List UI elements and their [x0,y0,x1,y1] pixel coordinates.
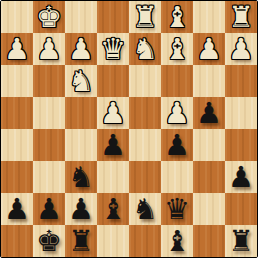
chess-board-grid: ♚♜♝♜♟♟♟♛♞♝♟♟♞♟♟♟♟♟♞♟♟♟♟♝♞♛♚♜♝♜ [1,1,257,257]
white-pawn-e4[interactable]: ♟ [100,97,126,129]
square-h2[interactable]: ♟ [1,33,33,65]
white-rook-a1[interactable]: ♜ [228,1,254,33]
black-rook-f8[interactable]: ♜ [68,225,94,257]
square-f2[interactable]: ♟ [65,33,97,65]
square-c4[interactable]: ♟ [161,97,193,129]
square-h8[interactable] [1,225,33,257]
square-b6[interactable] [193,161,225,193]
square-b8[interactable] [193,225,225,257]
square-g3[interactable] [33,65,65,97]
black-knight-f6[interactable]: ♞ [68,161,94,193]
black-pawn-a6[interactable]: ♟ [228,161,254,193]
square-d1[interactable]: ♜ [129,1,161,33]
square-b3[interactable] [193,65,225,97]
square-f3[interactable]: ♞ [65,65,97,97]
white-pawn-a2[interactable]: ♟ [228,33,254,65]
white-knight-d2[interactable]: ♞ [132,33,158,65]
square-e8[interactable] [97,225,129,257]
square-d6[interactable] [129,161,161,193]
square-e5[interactable]: ♟ [97,129,129,161]
square-d5[interactable] [129,129,161,161]
square-g1[interactable]: ♚ [33,1,65,33]
square-b1[interactable] [193,1,225,33]
square-e7[interactable]: ♝ [97,193,129,225]
square-h4[interactable] [1,97,33,129]
black-queen-c7[interactable]: ♛ [164,193,190,225]
square-h3[interactable] [1,65,33,97]
square-c2[interactable]: ♝ [161,33,193,65]
black-pawn-g7[interactable]: ♟ [36,193,62,225]
square-e2[interactable]: ♛ [97,33,129,65]
black-rook-a8[interactable]: ♜ [228,225,254,257]
square-e6[interactable] [97,161,129,193]
square-a2[interactable]: ♟ [225,33,257,65]
white-queen-e2[interactable]: ♛ [100,33,126,65]
square-f8[interactable]: ♜ [65,225,97,257]
square-d3[interactable] [129,65,161,97]
black-pawn-f7[interactable]: ♟ [68,193,94,225]
square-a5[interactable] [225,129,257,161]
white-bishop-c1[interactable]: ♝ [164,1,190,33]
black-knight-d7[interactable]: ♞ [132,193,158,225]
square-g2[interactable]: ♟ [33,33,65,65]
black-pawn-e5[interactable]: ♟ [100,129,126,161]
black-king-g8[interactable]: ♚ [36,225,62,257]
square-a8[interactable]: ♜ [225,225,257,257]
square-c1[interactable]: ♝ [161,1,193,33]
white-pawn-h2[interactable]: ♟ [4,33,30,65]
square-e4[interactable]: ♟ [97,97,129,129]
white-rook-d1[interactable]: ♜ [132,1,158,33]
square-a4[interactable] [225,97,257,129]
square-d7[interactable]: ♞ [129,193,161,225]
black-pawn-c5[interactable]: ♟ [164,129,190,161]
square-c5[interactable]: ♟ [161,129,193,161]
square-f1[interactable] [65,1,97,33]
square-g5[interactable] [33,129,65,161]
square-a7[interactable] [225,193,257,225]
white-pawn-f2[interactable]: ♟ [68,33,94,65]
square-a6[interactable]: ♟ [225,161,257,193]
square-h1[interactable] [1,1,33,33]
square-c3[interactable] [161,65,193,97]
square-h6[interactable] [1,161,33,193]
square-e1[interactable] [97,1,129,33]
square-e3[interactable] [97,65,129,97]
square-h5[interactable] [1,129,33,161]
square-d4[interactable] [129,97,161,129]
square-g7[interactable]: ♟ [33,193,65,225]
black-pawn-h7[interactable]: ♟ [4,193,30,225]
square-d8[interactable] [129,225,161,257]
white-knight-f3[interactable]: ♞ [68,65,94,97]
chess-board: ♚♜♝♜♟♟♟♛♞♝♟♟♞♟♟♟♟♟♞♟♟♟♟♝♞♛♚♜♝♜ [0,0,258,258]
square-g6[interactable] [33,161,65,193]
square-b4[interactable]: ♟ [193,97,225,129]
square-f4[interactable] [65,97,97,129]
square-h7[interactable]: ♟ [1,193,33,225]
white-pawn-g2[interactable]: ♟ [36,33,62,65]
square-d2[interactable]: ♞ [129,33,161,65]
white-pawn-c4[interactable]: ♟ [164,97,190,129]
black-bishop-c8[interactable]: ♝ [164,225,190,257]
square-b7[interactable] [193,193,225,225]
square-f5[interactable] [65,129,97,161]
square-g8[interactable]: ♚ [33,225,65,257]
square-c7[interactable]: ♛ [161,193,193,225]
square-f7[interactable]: ♟ [65,193,97,225]
black-pawn-b4[interactable]: ♟ [196,97,222,129]
square-f6[interactable]: ♞ [65,161,97,193]
square-c8[interactable]: ♝ [161,225,193,257]
white-pawn-b2[interactable]: ♟ [196,33,222,65]
square-a1[interactable]: ♜ [225,1,257,33]
square-c6[interactable] [161,161,193,193]
square-a3[interactable] [225,65,257,97]
white-bishop-c2[interactable]: ♝ [164,33,190,65]
square-b5[interactable] [193,129,225,161]
black-bishop-e7[interactable]: ♝ [100,193,126,225]
white-king-g1[interactable]: ♚ [36,1,62,33]
square-b2[interactable]: ♟ [193,33,225,65]
square-g4[interactable] [33,97,65,129]
